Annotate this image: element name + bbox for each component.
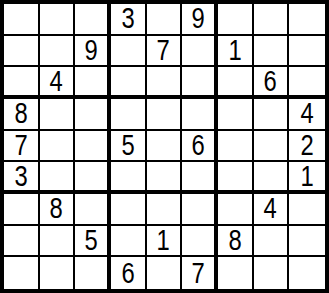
cell-r6c1[interactable]: 3 [4, 162, 40, 194]
cell-r3c9[interactable] [289, 67, 325, 99]
cell-r6c7[interactable] [218, 162, 254, 194]
cell-r3c6[interactable] [182, 67, 218, 99]
given-digit: 1 [157, 226, 170, 255]
cell-r8c8[interactable] [254, 226, 290, 258]
cell-r4c6[interactable] [182, 99, 218, 131]
cell-r1c4[interactable]: 3 [111, 4, 147, 36]
cell-r8c3[interactable]: 5 [75, 226, 111, 258]
given-digit: 8 [228, 226, 241, 255]
cell-r6c8[interactable] [254, 162, 290, 194]
cell-r2c8[interactable] [254, 36, 290, 68]
given-digit: 8 [50, 194, 63, 223]
cell-r4c1[interactable]: 8 [4, 99, 40, 131]
given-digit: 7 [192, 259, 205, 288]
given-digit: 3 [14, 162, 27, 190]
cell-r1c9[interactable] [289, 4, 325, 36]
cell-r3c5[interactable] [147, 67, 183, 99]
given-digit: 5 [85, 226, 98, 255]
cell-r2c1[interactable] [4, 36, 40, 68]
cell-r1c8[interactable] [254, 4, 290, 36]
given-digit: 1 [228, 36, 241, 65]
cell-r5c1[interactable]: 7 [4, 131, 40, 163]
cell-r2c9[interactable] [289, 36, 325, 68]
cell-r4c3[interactable] [75, 99, 111, 131]
cell-r9c5[interactable] [147, 257, 183, 289]
cell-r2c7[interactable]: 1 [218, 36, 254, 68]
cell-r9c3[interactable] [75, 257, 111, 289]
given-digit: 7 [14, 131, 27, 160]
cell-r3c3[interactable] [75, 67, 111, 99]
cell-r8c6[interactable] [182, 226, 218, 258]
cell-r3c8[interactable]: 6 [254, 67, 290, 99]
cell-r7c8[interactable]: 4 [254, 194, 290, 226]
cell-r6c4[interactable] [111, 162, 147, 194]
given-digit: 7 [157, 36, 170, 65]
cell-r2c3[interactable]: 9 [75, 36, 111, 68]
cell-r7c2[interactable]: 8 [40, 194, 76, 226]
cell-r2c5[interactable]: 7 [147, 36, 183, 68]
cell-r2c4[interactable] [111, 36, 147, 68]
cell-r5c6[interactable]: 6 [182, 131, 218, 163]
given-digit: 9 [85, 36, 98, 65]
given-digit: 5 [121, 131, 134, 160]
cell-r3c7[interactable] [218, 67, 254, 99]
given-digit: 1 [301, 162, 314, 190]
cell-r8c1[interactable] [4, 226, 40, 258]
cell-r5c3[interactable] [75, 131, 111, 163]
given-digit: 2 [301, 131, 314, 160]
cell-r7c9[interactable] [289, 194, 325, 226]
cell-r6c9[interactable]: 1 [289, 162, 325, 194]
cell-r7c6[interactable] [182, 194, 218, 226]
cell-r7c3[interactable] [75, 194, 111, 226]
cell-r3c2[interactable]: 4 [40, 67, 76, 99]
cell-r9c9[interactable] [289, 257, 325, 289]
given-digit: 8 [14, 99, 27, 128]
cell-r4c5[interactable] [147, 99, 183, 131]
cell-r5c2[interactable] [40, 131, 76, 163]
cell-r4c9[interactable]: 4 [289, 99, 325, 131]
cell-r8c4[interactable] [111, 226, 147, 258]
given-digit: 4 [50, 67, 63, 95]
cell-r3c4[interactable] [111, 67, 147, 99]
cell-r4c2[interactable] [40, 99, 76, 131]
cell-r1c6[interactable]: 9 [182, 4, 218, 36]
given-digit: 3 [121, 4, 134, 33]
cell-r1c1[interactable] [4, 4, 40, 36]
cell-r7c1[interactable] [4, 194, 40, 226]
cell-r2c2[interactable] [40, 36, 76, 68]
cell-r6c5[interactable] [147, 162, 183, 194]
cell-r4c7[interactable] [218, 99, 254, 131]
cell-r1c5[interactable] [147, 4, 183, 36]
given-digit: 9 [192, 4, 205, 33]
cell-r3c1[interactable] [4, 67, 40, 99]
cell-r8c7[interactable]: 8 [218, 226, 254, 258]
cell-r6c3[interactable] [75, 162, 111, 194]
cell-r9c1[interactable] [4, 257, 40, 289]
given-digit: 6 [121, 259, 134, 288]
cell-r6c2[interactable] [40, 162, 76, 194]
sudoku-board: 3997146847562318451867 [0, 0, 329, 293]
cell-r8c2[interactable] [40, 226, 76, 258]
cell-r9c4[interactable]: 6 [111, 257, 147, 289]
cell-r9c2[interactable] [40, 257, 76, 289]
cell-r5c8[interactable] [254, 131, 290, 163]
cell-r9c6[interactable]: 7 [182, 257, 218, 289]
cell-r6c6[interactable] [182, 162, 218, 194]
cell-r7c4[interactable] [111, 194, 147, 226]
cell-r9c7[interactable] [218, 257, 254, 289]
cell-r1c7[interactable] [218, 4, 254, 36]
cell-r8c5[interactable]: 1 [147, 226, 183, 258]
cell-r2c6[interactable] [182, 36, 218, 68]
cell-r8c9[interactable] [289, 226, 325, 258]
given-digit: 4 [301, 99, 314, 128]
cell-r1c3[interactable] [75, 4, 111, 36]
given-digit: 6 [264, 67, 277, 95]
cell-r7c7[interactable] [218, 194, 254, 226]
cell-r5c7[interactable] [218, 131, 254, 163]
cell-r4c8[interactable] [254, 99, 290, 131]
given-digit: 6 [192, 131, 205, 160]
cell-r1c2[interactable] [40, 4, 76, 36]
cell-r5c4[interactable]: 5 [111, 131, 147, 163]
cell-r9c8[interactable] [254, 257, 290, 289]
given-digit: 4 [264, 194, 277, 223]
cell-r4c4[interactable] [111, 99, 147, 131]
cell-r5c9[interactable]: 2 [289, 131, 325, 163]
cell-r5c5[interactable] [147, 131, 183, 163]
cell-r7c5[interactable] [147, 194, 183, 226]
